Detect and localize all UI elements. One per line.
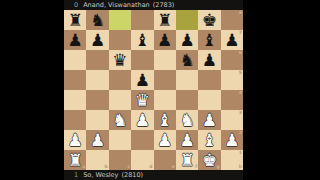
piece-white-knight[interactable]: ♞ <box>179 112 194 129</box>
black-player-name: Anand, Viswanathan <box>83 0 150 10</box>
player-bar-white: 1 So, Wesley (2810) <box>64 170 243 180</box>
square-f2[interactable]: ♟ <box>176 130 198 150</box>
left-letterbox <box>0 0 64 180</box>
rank-coordinate: 3 <box>239 111 242 116</box>
square-a3[interactable] <box>64 110 86 130</box>
square-d3[interactable]: ♟ <box>131 110 153 130</box>
piece-white-pawn[interactable]: ♟ <box>202 112 217 129</box>
piece-white-rook[interactable]: ♜ <box>68 152 83 169</box>
piece-white-pawn[interactable]: ♟ <box>68 132 83 149</box>
square-e3[interactable]: ♝ <box>154 110 176 130</box>
square-g7[interactable]: ♝ <box>198 30 220 50</box>
square-e2[interactable]: ♟ <box>154 130 176 150</box>
square-b3[interactable] <box>86 110 108 130</box>
square-f8[interactable] <box>176 10 198 30</box>
piece-black-pawn[interactable]: ♟ <box>68 32 83 49</box>
file-coordinate: g <box>216 165 219 170</box>
piece-black-knight[interactable]: ♞ <box>90 12 105 29</box>
square-d7[interactable]: ♝ <box>131 30 153 50</box>
square-d6[interactable] <box>131 50 153 70</box>
square-b5[interactable] <box>86 70 108 90</box>
file-coordinate: b <box>105 165 108 170</box>
square-g5[interactable] <box>198 70 220 90</box>
square-b1[interactable]: b <box>86 150 108 170</box>
piece-white-pawn[interactable]: ♟ <box>90 132 105 149</box>
square-a7[interactable]: ♟ <box>64 30 86 50</box>
square-a6[interactable] <box>64 50 86 70</box>
square-c6[interactable]: ♛ <box>109 50 131 70</box>
square-f3[interactable]: ♞ <box>176 110 198 130</box>
white-score: 1 <box>74 170 78 180</box>
square-b2[interactable]: ♟ <box>86 130 108 150</box>
square-f1[interactable]: ♜f <box>176 150 198 170</box>
piece-black-rook[interactable]: ♜ <box>157 12 172 29</box>
square-e6[interactable] <box>154 50 176 70</box>
piece-black-pawn[interactable]: ♟ <box>202 52 217 69</box>
piece-black-bishop[interactable]: ♝ <box>202 32 217 49</box>
square-g2[interactable]: ♝ <box>198 130 220 150</box>
square-a4[interactable] <box>64 90 86 110</box>
square-d1[interactable]: d <box>131 150 153 170</box>
square-d8[interactable] <box>131 10 153 30</box>
square-c8[interactable] <box>109 10 131 30</box>
square-d5[interactable]: ♟ <box>131 70 153 90</box>
square-e8[interactable]: ♜ <box>154 10 176 30</box>
square-c1[interactable]: c <box>109 150 131 170</box>
rank-coordinate: 5 <box>239 71 242 76</box>
chess-board[interactable]: ♜♞♜♚8♟♟♝♟♟♝♟7♛♞♟6♟5♛4♞♟♝♞♟3♟♟♟♟♝♟2♜abcde… <box>64 10 243 170</box>
file-coordinate: a <box>82 165 85 170</box>
piece-black-pawn[interactable]: ♟ <box>135 72 150 89</box>
square-e7[interactable]: ♟ <box>154 30 176 50</box>
square-d2[interactable] <box>131 130 153 150</box>
square-a5[interactable] <box>64 70 86 90</box>
file-coordinate: e <box>172 165 175 170</box>
piece-black-rook[interactable]: ♜ <box>68 12 83 29</box>
square-c2[interactable] <box>109 130 131 150</box>
file-coordinate: f <box>195 165 197 170</box>
square-f6[interactable]: ♞ <box>176 50 198 70</box>
square-h3[interactable]: 3 <box>221 110 243 130</box>
square-h8[interactable]: 8 <box>221 10 243 30</box>
square-f4[interactable] <box>176 90 198 110</box>
piece-white-king[interactable]: ♚ <box>202 152 217 169</box>
piece-black-queen[interactable]: ♛ <box>112 52 127 69</box>
rank-coordinate: 8 <box>239 11 242 16</box>
file-coordinate: h <box>239 165 242 170</box>
square-b6[interactable] <box>86 50 108 70</box>
square-a2[interactable]: ♟ <box>64 130 86 150</box>
square-g6[interactable]: ♟ <box>198 50 220 70</box>
square-f7[interactable]: ♟ <box>176 30 198 50</box>
piece-black-knight[interactable]: ♞ <box>179 52 194 69</box>
square-g1[interactable]: ♚g <box>198 150 220 170</box>
square-c5[interactable] <box>109 70 131 90</box>
file-coordinate: d <box>149 165 152 170</box>
piece-white-knight[interactable]: ♞ <box>112 112 127 129</box>
square-h6[interactable]: 6 <box>221 50 243 70</box>
piece-white-rook[interactable]: ♜ <box>179 152 194 169</box>
square-h1[interactable]: 1h <box>221 150 243 170</box>
square-h7[interactable]: ♟7 <box>221 30 243 50</box>
square-b4[interactable] <box>86 90 108 110</box>
square-a1[interactable]: ♜a <box>64 150 86 170</box>
piece-black-pawn[interactable]: ♟ <box>90 32 105 49</box>
square-g3[interactable]: ♟ <box>198 110 220 130</box>
square-b8[interactable]: ♞ <box>86 10 108 30</box>
square-c4[interactable] <box>109 90 131 110</box>
square-g4[interactable] <box>198 90 220 110</box>
square-e5[interactable] <box>154 70 176 90</box>
right-letterbox <box>243 0 320 180</box>
square-d4[interactable]: ♛ <box>131 90 153 110</box>
piece-black-pawn[interactable]: ♟ <box>157 32 172 49</box>
square-b7[interactable]: ♟ <box>86 30 108 50</box>
square-c7[interactable] <box>109 30 131 50</box>
square-f5[interactable] <box>176 70 198 90</box>
square-h4[interactable]: 4 <box>221 90 243 110</box>
piece-black-king[interactable]: ♚ <box>202 12 217 29</box>
piece-white-bishop[interactable]: ♝ <box>157 112 172 129</box>
piece-white-bishop[interactable]: ♝ <box>202 132 217 149</box>
rank-coordinate: 4 <box>239 91 242 96</box>
file-coordinate: c <box>127 165 130 170</box>
square-e4[interactable] <box>154 90 176 110</box>
rank-coordinate: 7 <box>239 31 242 36</box>
rank-coordinate: 6 <box>239 51 242 56</box>
piece-white-queen[interactable]: ♛ <box>135 92 150 109</box>
square-e1[interactable]: e <box>154 150 176 170</box>
piece-black-pawn[interactable]: ♟ <box>224 32 239 49</box>
piece-white-pawn[interactable]: ♟ <box>179 132 194 149</box>
square-h5[interactable]: 5 <box>221 70 243 90</box>
square-h2[interactable]: ♟2 <box>221 130 243 150</box>
white-player-name: So, Wesley <box>83 170 118 180</box>
rank-coordinate: 2 <box>239 131 242 136</box>
piece-white-pawn[interactable]: ♟ <box>224 132 239 149</box>
black-score: 0 <box>74 0 78 10</box>
piece-black-pawn[interactable]: ♟ <box>179 32 194 49</box>
square-c3[interactable]: ♞ <box>109 110 131 130</box>
player-bar-black: 0 Anand, Viswanathan (2783) <box>64 0 243 10</box>
piece-black-bishop[interactable]: ♝ <box>135 32 150 49</box>
rank-coordinate: 1 <box>239 151 242 156</box>
square-g8[interactable]: ♚ <box>198 10 220 30</box>
white-player-rating: (2810) <box>121 170 143 180</box>
piece-white-pawn[interactable]: ♟ <box>157 132 172 149</box>
square-a8[interactable]: ♜ <box>64 10 86 30</box>
piece-white-pawn[interactable]: ♟ <box>135 112 150 129</box>
black-player-rating: (2783) <box>153 0 175 10</box>
